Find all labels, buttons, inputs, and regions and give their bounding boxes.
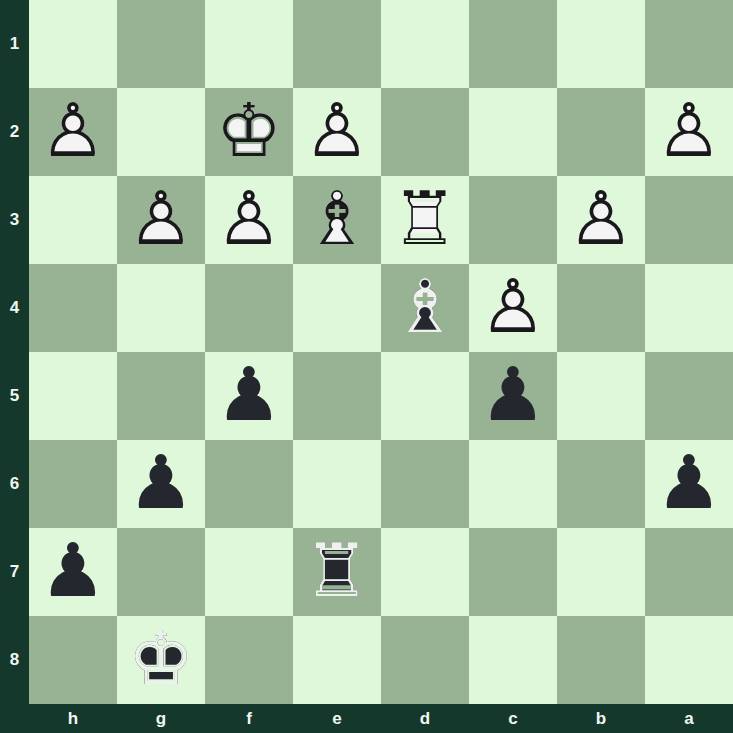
rank-label-6: 6: [0, 440, 29, 528]
piece-outline-glyph: ♗: [293, 174, 381, 262]
square-d3[interactable]: ♜♖: [381, 176, 469, 264]
piece-outline-glyph: ♙: [557, 174, 645, 262]
piece-glyph: ♟: [557, 174, 645, 262]
square-d8[interactable]: [381, 616, 469, 704]
square-f5[interactable]: ♟: [205, 352, 293, 440]
square-a5[interactable]: [645, 352, 733, 440]
square-e6[interactable]: [293, 440, 381, 528]
square-f2[interactable]: ♚♔: [205, 88, 293, 176]
square-f1[interactable]: [205, 0, 293, 88]
rank-label-8: 8: [0, 616, 29, 704]
piece-black-bishop: ♝♗: [381, 264, 469, 352]
square-b6[interactable]: [557, 440, 645, 528]
piece-glyph: ♟: [469, 350, 557, 438]
file-label-h: h: [29, 704, 117, 733]
piece-black-pawn: ♟: [645, 440, 733, 528]
square-c8[interactable]: [469, 616, 557, 704]
square-g2[interactable]: [117, 88, 205, 176]
piece-outline-glyph: ♙: [205, 174, 293, 262]
piece-white-pawn: ♟♙: [293, 88, 381, 176]
rank-label-5: 5: [0, 352, 29, 440]
piece-glyph: ♚: [205, 86, 293, 174]
file-label-d: d: [381, 704, 469, 733]
piece-white-pawn: ♟♙: [645, 88, 733, 176]
square-h8[interactable]: [29, 616, 117, 704]
piece-black-pawn: ♟: [117, 440, 205, 528]
square-h2[interactable]: ♟♙: [29, 88, 117, 176]
square-h3[interactable]: [29, 176, 117, 264]
piece-glyph: ♟: [645, 438, 733, 526]
square-e5[interactable]: [293, 352, 381, 440]
piece-glyph: ♟: [117, 438, 205, 526]
file-label-a: a: [645, 704, 733, 733]
piece-outline-glyph: ♙: [293, 86, 381, 174]
piece-glyph: ♜: [381, 174, 469, 262]
square-d4[interactable]: ♝♗: [381, 264, 469, 352]
square-g3[interactable]: ♟♙: [117, 176, 205, 264]
piece-white-pawn: ♟♙: [205, 176, 293, 264]
square-c7[interactable]: [469, 528, 557, 616]
piece-black-king: ♚♔: [117, 616, 205, 704]
piece-glyph: ♟: [293, 86, 381, 174]
square-f4[interactable]: [205, 264, 293, 352]
rank-label-7: 7: [0, 528, 29, 616]
piece-glyph: ♝: [293, 174, 381, 262]
square-g6[interactable]: ♟: [117, 440, 205, 528]
rank-label-3: 3: [0, 176, 29, 264]
board-corner: [0, 704, 29, 733]
square-g1[interactable]: [117, 0, 205, 88]
piece-white-bishop: ♝♗: [293, 176, 381, 264]
square-f8[interactable]: [205, 616, 293, 704]
piece-glyph: ♚: [117, 614, 205, 702]
square-e7[interactable]: ♜♖: [293, 528, 381, 616]
square-g4[interactable]: [117, 264, 205, 352]
square-b4[interactable]: [557, 264, 645, 352]
square-b1[interactable]: [557, 0, 645, 88]
square-b3[interactable]: ♟♙: [557, 176, 645, 264]
square-g7[interactable]: [117, 528, 205, 616]
piece-outline-glyph: ♙: [117, 174, 205, 262]
piece-glyph: ♟: [117, 174, 205, 262]
board: ♟♙♚♔♟♙♟♙♟♙♟♙♝♗♜♖♟♙♝♗♟♙♟♟♟♟♟♜♖♚♔: [29, 0, 733, 704]
piece-black-rook: ♜♖: [293, 528, 381, 616]
file-label-b: b: [557, 704, 645, 733]
square-c1[interactable]: [469, 0, 557, 88]
square-e1[interactable]: [293, 0, 381, 88]
chess-board-app: 12345678 ♟♙♚♔♟♙♟♙♟♙♟♙♝♗♜♖♟♙♝♗♟♙♟♟♟♟♟♜♖♚♔…: [0, 0, 733, 733]
piece-outline-glyph: ♙: [469, 262, 557, 350]
square-b5[interactable]: [557, 352, 645, 440]
square-h7[interactable]: ♟: [29, 528, 117, 616]
piece-outline-glyph: ♖: [293, 526, 381, 614]
square-d2[interactable]: [381, 88, 469, 176]
square-a3[interactable]: [645, 176, 733, 264]
square-b2[interactable]: [557, 88, 645, 176]
square-e8[interactable]: [293, 616, 381, 704]
square-h4[interactable]: [29, 264, 117, 352]
square-g8[interactable]: ♚♔: [117, 616, 205, 704]
piece-white-king: ♚♔: [205, 88, 293, 176]
square-a2[interactable]: ♟♙: [645, 88, 733, 176]
piece-black-pawn: ♟: [469, 352, 557, 440]
piece-glyph: ♟: [29, 86, 117, 174]
square-h5[interactable]: [29, 352, 117, 440]
file-labels: hgfedcba: [29, 704, 733, 733]
square-f6[interactable]: [205, 440, 293, 528]
square-d5[interactable]: [381, 352, 469, 440]
square-a4[interactable]: [645, 264, 733, 352]
square-d7[interactable]: [381, 528, 469, 616]
square-b8[interactable]: [557, 616, 645, 704]
piece-glyph: ♟: [205, 350, 293, 438]
piece-white-pawn: ♟♙: [557, 176, 645, 264]
piece-outline-glyph: ♙: [645, 86, 733, 174]
square-a8[interactable]: [645, 616, 733, 704]
piece-white-rook: ♜♖: [381, 176, 469, 264]
square-f3[interactable]: ♟♙: [205, 176, 293, 264]
square-a7[interactable]: [645, 528, 733, 616]
piece-white-pawn: ♟♙: [469, 264, 557, 352]
rank-label-2: 2: [0, 88, 29, 176]
square-a1[interactable]: [645, 0, 733, 88]
file-label-e: e: [293, 704, 381, 733]
square-h1[interactable]: [29, 0, 117, 88]
rank-label-4: 4: [0, 264, 29, 352]
rank-label-1: 1: [0, 0, 29, 88]
file-label-g: g: [117, 704, 205, 733]
piece-outline-glyph: ♔: [117, 614, 205, 702]
piece-white-pawn: ♟♙: [117, 176, 205, 264]
square-c5[interactable]: ♟: [469, 352, 557, 440]
square-d6[interactable]: [381, 440, 469, 528]
piece-glyph: ♟: [205, 174, 293, 262]
square-h6[interactable]: [29, 440, 117, 528]
square-e3[interactable]: ♝♗: [293, 176, 381, 264]
square-c3[interactable]: [469, 176, 557, 264]
square-d1[interactable]: [381, 0, 469, 88]
piece-white-pawn: ♟♙: [29, 88, 117, 176]
piece-black-pawn: ♟: [205, 352, 293, 440]
file-label-f: f: [205, 704, 293, 733]
square-g5[interactable]: [117, 352, 205, 440]
square-b7[interactable]: [557, 528, 645, 616]
piece-glyph: ♟: [645, 86, 733, 174]
square-e4[interactable]: [293, 264, 381, 352]
piece-outline-glyph: ♖: [381, 174, 469, 262]
square-c4[interactable]: ♟♙: [469, 264, 557, 352]
piece-glyph: ♝: [381, 262, 469, 350]
piece-outline-glyph: ♗: [381, 262, 469, 350]
piece-outline-glyph: ♔: [205, 86, 293, 174]
rank-labels: 12345678: [0, 0, 29, 704]
piece-black-pawn: ♟: [29, 528, 117, 616]
square-f7[interactable]: [205, 528, 293, 616]
square-c6[interactable]: [469, 440, 557, 528]
piece-glyph: ♜: [293, 526, 381, 614]
file-label-c: c: [469, 704, 557, 733]
piece-glyph: ♟: [29, 526, 117, 614]
square-e2[interactable]: ♟♙: [293, 88, 381, 176]
piece-glyph: ♟: [469, 262, 557, 350]
square-c2[interactable]: [469, 88, 557, 176]
piece-outline-glyph: ♙: [29, 86, 117, 174]
square-a6[interactable]: ♟: [645, 440, 733, 528]
